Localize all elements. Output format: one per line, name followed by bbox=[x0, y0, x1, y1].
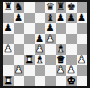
square-a7[interactable] bbox=[3, 13, 14, 24]
square-a6[interactable]: ♟ bbox=[3, 23, 14, 34]
square-b3[interactable] bbox=[14, 55, 25, 66]
piece-black-rook: ♜ bbox=[4, 2, 13, 12]
square-d7[interactable] bbox=[35, 13, 46, 24]
square-h2[interactable] bbox=[77, 65, 88, 76]
square-f2[interactable]: ♟ bbox=[56, 65, 67, 76]
piece-white-pawn: ♟ bbox=[46, 34, 55, 44]
square-a4[interactable]: ♟ bbox=[3, 44, 14, 55]
square-a8[interactable]: ♜ bbox=[3, 2, 14, 13]
piece-black-pawn: ♟ bbox=[67, 13, 76, 23]
piece-black-pawn: ♟ bbox=[35, 34, 44, 44]
square-c1[interactable] bbox=[24, 76, 35, 87]
square-a2[interactable] bbox=[3, 65, 14, 76]
square-b7[interactable]: ♟ bbox=[14, 13, 25, 24]
square-d4[interactable]: ♟ bbox=[35, 44, 46, 55]
square-a3[interactable] bbox=[3, 55, 14, 66]
square-c4[interactable] bbox=[24, 44, 35, 55]
piece-black-pawn: ♟ bbox=[14, 13, 23, 23]
square-b4[interactable] bbox=[14, 44, 25, 55]
square-h3[interactable]: ♟ bbox=[77, 55, 88, 66]
square-e3[interactable] bbox=[45, 55, 56, 66]
square-g2[interactable]: ♟ bbox=[66, 65, 77, 76]
square-f4[interactable]: ♝ bbox=[56, 44, 67, 55]
piece-white-rook: ♜ bbox=[25, 55, 34, 65]
piece-black-pawn: ♟ bbox=[46, 23, 55, 33]
piece-white-bishop: ♝ bbox=[56, 44, 65, 54]
square-d8[interactable] bbox=[35, 2, 46, 13]
square-b2[interactable]: ♟ bbox=[14, 65, 25, 76]
square-h6[interactable] bbox=[77, 23, 88, 34]
piece-white-pawn: ♟ bbox=[77, 55, 86, 65]
square-c8[interactable] bbox=[24, 2, 35, 13]
square-b8[interactable]: ♞ bbox=[14, 2, 25, 13]
square-h1[interactable] bbox=[77, 76, 88, 87]
square-g7[interactable]: ♟ bbox=[66, 13, 77, 24]
piece-white-pawn: ♟ bbox=[14, 65, 23, 75]
piece-white-pawn: ♟ bbox=[4, 44, 13, 54]
square-c6[interactable] bbox=[24, 23, 35, 34]
square-c5[interactable] bbox=[24, 34, 35, 45]
piece-black-knight: ♞ bbox=[14, 2, 23, 12]
piece-white-pawn: ♟ bbox=[67, 65, 76, 75]
square-e6[interactable]: ♟ bbox=[45, 23, 56, 34]
piece-black-bishop: ♝ bbox=[46, 13, 55, 23]
square-d5[interactable]: ♟ bbox=[35, 34, 46, 45]
square-f5[interactable] bbox=[56, 34, 67, 45]
square-c7[interactable] bbox=[24, 13, 35, 24]
square-e2[interactable] bbox=[45, 65, 56, 76]
square-c3[interactable]: ♜ bbox=[24, 55, 35, 66]
square-e7[interactable]: ♝ bbox=[45, 13, 56, 24]
square-f8[interactable]: ♜ bbox=[56, 2, 67, 13]
piece-white-pawn: ♟ bbox=[56, 65, 65, 75]
chess-diagram-frame: ♜♞♛♜♚♟♝♟♟♟♟♟♟♟♟♟♝♜♝♛♟♟♟♟♜♚ bbox=[0, 0, 90, 88]
square-e8[interactable]: ♛ bbox=[45, 2, 56, 13]
square-g5[interactable] bbox=[66, 34, 77, 45]
square-e4[interactable] bbox=[45, 44, 56, 55]
square-f7[interactable]: ♟ bbox=[56, 13, 67, 24]
piece-white-bishop: ♝ bbox=[35, 55, 44, 65]
piece-white-rook: ♜ bbox=[4, 76, 13, 86]
chess-board: ♜♞♛♜♚♟♝♟♟♟♟♟♟♟♟♟♝♜♝♛♟♟♟♟♜♚ bbox=[3, 2, 87, 86]
square-b6[interactable] bbox=[14, 23, 25, 34]
piece-black-queen: ♛ bbox=[46, 2, 55, 12]
square-e1[interactable] bbox=[45, 76, 56, 87]
square-g4[interactable] bbox=[66, 44, 77, 55]
square-d3[interactable]: ♝ bbox=[35, 55, 46, 66]
piece-black-pawn: ♟ bbox=[77, 13, 86, 23]
piece-black-pawn: ♟ bbox=[4, 23, 13, 33]
square-h7[interactable]: ♟ bbox=[77, 13, 88, 24]
square-h8[interactable] bbox=[77, 2, 88, 13]
square-f3[interactable]: ♛ bbox=[56, 55, 67, 66]
square-g6[interactable] bbox=[66, 23, 77, 34]
square-e5[interactable]: ♟ bbox=[45, 34, 56, 45]
square-d6[interactable] bbox=[35, 23, 46, 34]
piece-black-pawn: ♟ bbox=[56, 13, 65, 23]
square-d1[interactable] bbox=[35, 76, 46, 87]
square-c2[interactable] bbox=[24, 65, 35, 76]
square-h4[interactable] bbox=[77, 44, 88, 55]
piece-white-pawn: ♟ bbox=[35, 44, 44, 54]
piece-black-king: ♚ bbox=[67, 2, 76, 12]
square-a1[interactable]: ♜ bbox=[3, 76, 14, 87]
square-b5[interactable] bbox=[14, 34, 25, 45]
square-g1[interactable]: ♚ bbox=[66, 76, 77, 87]
piece-white-king: ♚ bbox=[67, 76, 76, 86]
square-g3[interactable] bbox=[66, 55, 77, 66]
square-h5[interactable] bbox=[77, 34, 88, 45]
piece-black-rook: ♜ bbox=[56, 2, 65, 12]
square-f6[interactable] bbox=[56, 23, 67, 34]
square-g8[interactable]: ♚ bbox=[66, 2, 77, 13]
square-a5[interactable] bbox=[3, 34, 14, 45]
square-f1[interactable] bbox=[56, 76, 67, 87]
square-b1[interactable] bbox=[14, 76, 25, 87]
piece-white-queen: ♛ bbox=[56, 55, 65, 65]
square-d2[interactable] bbox=[35, 65, 46, 76]
